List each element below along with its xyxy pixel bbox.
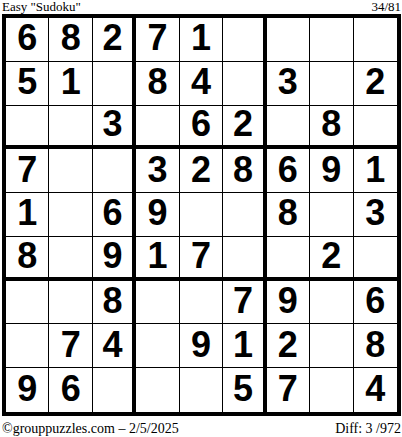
cell-r9c6: 5 xyxy=(223,368,266,412)
cell-r2c4: 8 xyxy=(136,62,179,106)
cell-r4c3[interactable] xyxy=(93,149,136,193)
cell-r1c4: 7 xyxy=(136,18,179,62)
cell-r1c9[interactable] xyxy=(354,18,397,62)
cell-r6c5: 7 xyxy=(180,237,223,281)
cell-r8c4[interactable] xyxy=(136,324,179,368)
cell-r9c2: 6 xyxy=(49,368,92,412)
cell-r2c5: 4 xyxy=(180,62,223,106)
cell-r2c2: 1 xyxy=(49,62,92,106)
cell-r8c9: 8 xyxy=(354,324,397,368)
cell-r2c6[interactable] xyxy=(223,62,266,106)
cell-r5c8[interactable] xyxy=(310,193,353,237)
cell-r8c3: 4 xyxy=(93,324,136,368)
cell-r3c2[interactable] xyxy=(49,106,92,150)
cell-r7c9: 6 xyxy=(354,281,397,325)
cell-r7c1[interactable] xyxy=(6,281,49,325)
cell-r6c6[interactable] xyxy=(223,237,266,281)
cell-r6c3: 9 xyxy=(93,237,136,281)
cell-r3c7[interactable] xyxy=(267,106,310,150)
cell-r6c1: 8 xyxy=(6,237,49,281)
cell-r4c1: 7 xyxy=(6,149,49,193)
cell-r8c5: 9 xyxy=(180,324,223,368)
cell-r6c9[interactable] xyxy=(354,237,397,281)
cell-r7c7: 9 xyxy=(267,281,310,325)
cell-r5c9: 3 xyxy=(354,193,397,237)
sudoku-page: Easy "Sudoku" 34/81 68271518432362873286… xyxy=(0,0,402,437)
cell-r5c6[interactable] xyxy=(223,193,266,237)
cell-r6c7[interactable] xyxy=(267,237,310,281)
cell-r1c5: 1 xyxy=(180,18,223,62)
cell-r2c1: 5 xyxy=(6,62,49,106)
cell-r9c8[interactable] xyxy=(310,368,353,412)
footer: ©grouppuzzles.com – 2/5/2025 Diff: 3 /97… xyxy=(0,421,402,436)
cell-r3c4[interactable] xyxy=(136,106,179,150)
cell-r8c8[interactable] xyxy=(310,324,353,368)
cell-r3c9[interactable] xyxy=(354,106,397,150)
cell-r3c1[interactable] xyxy=(6,106,49,150)
cell-r6c2[interactable] xyxy=(49,237,92,281)
cell-r6c8: 2 xyxy=(310,237,353,281)
cell-r8c7: 2 xyxy=(267,324,310,368)
cell-r7c3: 8 xyxy=(93,281,136,325)
cell-r1c7[interactable] xyxy=(267,18,310,62)
difficulty-text: Diff: 3 /972 xyxy=(335,421,401,436)
cell-r2c8[interactable] xyxy=(310,62,353,106)
header: Easy "Sudoku" 34/81 xyxy=(0,0,402,14)
cell-r2c3[interactable] xyxy=(93,62,136,106)
cell-r1c1: 6 xyxy=(6,18,49,62)
cells-remaining-counter: 34/81 xyxy=(371,0,401,13)
cell-r3c3: 3 xyxy=(93,106,136,150)
cell-r3c8: 8 xyxy=(310,106,353,150)
cell-r1c2: 8 xyxy=(49,18,92,62)
cell-r4c8: 9 xyxy=(310,149,353,193)
cell-r5c1: 1 xyxy=(6,193,49,237)
cell-r9c4[interactable] xyxy=(136,368,179,412)
cell-r7c2[interactable] xyxy=(49,281,92,325)
cell-r4c5: 2 xyxy=(180,149,223,193)
cell-r5c4: 9 xyxy=(136,193,179,237)
cell-r7c5[interactable] xyxy=(180,281,223,325)
cell-r7c6: 7 xyxy=(223,281,266,325)
cell-r5c5[interactable] xyxy=(180,193,223,237)
cell-r4c2[interactable] xyxy=(49,149,92,193)
cell-r7c4[interactable] xyxy=(136,281,179,325)
cell-r4c9: 1 xyxy=(354,149,397,193)
cell-r7c8[interactable] xyxy=(310,281,353,325)
cell-r9c3[interactable] xyxy=(93,368,136,412)
cell-r8c2: 7 xyxy=(49,324,92,368)
cell-r1c8[interactable] xyxy=(310,18,353,62)
cell-r9c7: 7 xyxy=(267,368,310,412)
cell-r5c7: 8 xyxy=(267,193,310,237)
cell-r4c4: 3 xyxy=(136,149,179,193)
sudoku-board: 6827151843236287328691169838917287967491… xyxy=(2,14,401,416)
copyright-text: ©grouppuzzles.com – 2/5/2025 xyxy=(2,421,179,436)
cell-r9c1: 9 xyxy=(6,368,49,412)
cell-r9c9: 4 xyxy=(354,368,397,412)
cell-r5c2[interactable] xyxy=(49,193,92,237)
cell-r4c6: 8 xyxy=(223,149,266,193)
cell-r3c6: 2 xyxy=(223,106,266,150)
cell-r4c7: 6 xyxy=(267,149,310,193)
cell-r2c7: 3 xyxy=(267,62,310,106)
cell-r1c3: 2 xyxy=(93,18,136,62)
cell-r5c3: 6 xyxy=(93,193,136,237)
cell-r6c4: 1 xyxy=(136,237,179,281)
cell-r8c6: 1 xyxy=(223,324,266,368)
cell-r8c1[interactable] xyxy=(6,324,49,368)
puzzle-title: Easy "Sudoku" xyxy=(2,0,81,13)
cell-r1c6[interactable] xyxy=(223,18,266,62)
cell-r9c5[interactable] xyxy=(180,368,223,412)
cell-r2c9: 2 xyxy=(354,62,397,106)
cell-r3c5: 6 xyxy=(180,106,223,150)
